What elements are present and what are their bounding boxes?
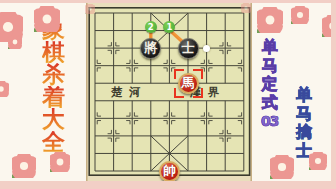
right-banner-primary: 单马定式03 <box>261 38 278 131</box>
move-number-badge: 1 <box>163 21 175 33</box>
banner-char: 马 <box>296 105 312 124</box>
banner-char: 单 <box>262 38 278 57</box>
piece-glyph: 將 <box>144 39 157 57</box>
banner-char: 士 <box>296 142 312 161</box>
move-badges-layer: 12 <box>86 0 252 181</box>
banner-char: 大 <box>42 108 65 131</box>
piece-glyph: 馬 <box>182 74 195 92</box>
piece-black-general[interactable]: 將 <box>140 38 161 59</box>
banner-char: 杀 <box>42 63 65 86</box>
banner-char: 棋 <box>42 41 65 64</box>
frame-border-bottom <box>0 181 336 189</box>
xiangqi-board[interactable]: 楚河漢界 將士馬帥 12 <box>86 0 252 181</box>
piece-glyph: 士 <box>182 39 195 57</box>
piece-glyph: 帥 <box>163 162 176 180</box>
frame-border-right <box>331 0 336 189</box>
banner-char: 式 <box>262 94 278 113</box>
right-panel: 单马定式03 单马擒士 <box>252 0 336 189</box>
banner-char: 单 <box>296 86 312 105</box>
piece-red-horse[interactable]: 馬 <box>178 73 199 94</box>
banner-char: 全 <box>42 131 65 154</box>
piece-red-general[interactable]: 帥 <box>159 161 180 182</box>
right-banner-secondary: 单马擒士 <box>296 86 312 160</box>
banner-number: 03 <box>261 112 278 131</box>
banner-char: 象 <box>42 18 65 41</box>
banner-char: 马 <box>262 57 278 76</box>
piece-black-advisor[interactable]: 士 <box>178 38 199 59</box>
move-number-badge: 2 <box>145 21 157 33</box>
frame-border-top <box>0 0 336 3</box>
banner-char: 定 <box>262 75 278 94</box>
banner-char: 着 <box>42 86 65 109</box>
move-target-dot <box>203 45 210 52</box>
banner-char: 擒 <box>296 123 312 142</box>
left-banner-title: 象棋杀着大全 <box>42 18 65 153</box>
left-panel: 象棋杀着大全 <box>0 0 86 189</box>
video-frame: 象棋杀着大全 楚河漢界 將士馬帥 12 单马定式03 单马擒士 <box>0 0 336 189</box>
